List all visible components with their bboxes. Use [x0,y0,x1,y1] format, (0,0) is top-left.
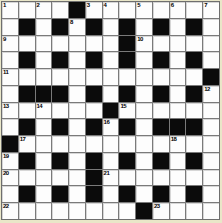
white-cell-r11c2[interactable] [36,186,52,202]
white-cell-r12c6[interactable] [103,203,119,219]
black-cell-r5c3 [52,86,68,102]
white-cell-r6c10[interactable] [170,103,186,119]
white-cell-r5c4[interactable] [69,86,85,102]
white-cell-r4c10[interactable] [170,69,186,85]
white-cell-r0c5[interactable]: 3 [86,2,102,18]
clue-number-9: 9 [3,36,6,43]
white-cell-r3c0[interactable] [2,52,18,68]
white-cell-r6c4[interactable] [69,103,85,119]
black-cell-r9c1 [19,153,35,169]
white-cell-r10c10[interactable] [170,170,186,186]
white-cell-r11c12[interactable] [203,186,219,202]
white-cell-r2c9[interactable] [153,36,169,52]
white-cell-r4c0[interactable]: 11 [2,69,18,85]
white-cell-r5c0[interactable] [2,86,18,102]
white-cell-r10c6[interactable]: 21 [103,170,119,186]
clue-number-21: 21 [104,170,110,177]
white-cell-r6c11[interactable] [186,103,202,119]
white-cell-r6c7[interactable]: 15 [119,103,135,119]
black-cell-r5c1 [19,86,35,102]
black-cell-r1c1 [19,19,35,35]
white-cell-r8c11[interactable] [186,136,202,152]
white-cell-r10c8[interactable] [136,170,152,186]
white-cell-r0c3[interactable] [52,2,68,18]
white-cell-r10c3[interactable] [52,170,68,186]
black-cell-r10c5 [86,170,102,186]
black-cell-r7c5 [86,119,102,135]
white-cell-r4c8[interactable] [136,69,152,85]
white-cell-r8c3[interactable] [52,136,68,152]
white-cell-r0c1[interactable] [19,2,35,18]
white-cell-r7c6[interactable]: 16 [103,119,119,135]
white-cell-r1c6[interactable] [103,19,119,35]
black-cell-r9c3 [52,153,68,169]
black-cell-r9c5 [86,153,102,169]
black-cell-r6c6 [103,103,119,119]
black-cell-r9c11 [186,153,202,169]
clue-number-10: 10 [137,36,143,43]
black-cell-r9c9 [153,153,169,169]
clue-number-2: 2 [37,2,40,9]
white-cell-r7c8[interactable] [136,119,152,135]
white-cell-r9c2[interactable] [36,153,52,169]
white-cell-r1c10[interactable] [170,19,186,35]
white-cell-r8c5[interactable] [86,136,102,152]
white-cell-r6c8[interactable] [136,103,152,119]
black-cell-r3c11 [186,52,202,68]
white-cell-r8c6[interactable] [103,136,119,152]
white-cell-r12c4[interactable] [69,203,85,219]
white-cell-r9c12[interactable] [203,153,219,169]
white-cell-r2c8[interactable]: 10 [136,36,152,52]
black-cell-r5c7 [119,86,135,102]
white-cell-r5c10[interactable] [170,86,186,102]
black-cell-r3c9 [153,52,169,68]
white-cell-r12c1[interactable] [19,203,35,219]
white-cell-r4c6[interactable] [103,69,119,85]
black-cell-r7c3 [52,119,68,135]
white-cell-r3c4[interactable] [69,52,85,68]
white-cell-r1c12[interactable] [203,19,219,35]
black-cell-r1c7 [119,19,135,35]
white-cell-r12c3[interactable] [52,203,68,219]
white-cell-r8c10[interactable]: 18 [170,136,186,152]
white-cell-r8c12[interactable] [203,136,219,152]
white-cell-r0c7[interactable] [119,2,135,18]
black-cell-r3c7 [119,52,135,68]
white-cell-r2c1[interactable] [19,36,35,52]
black-cell-r11c1 [19,186,35,202]
black-cell-r11c11 [186,186,202,202]
white-cell-r1c0[interactable] [2,19,18,35]
white-cell-r8c8[interactable] [136,136,152,152]
white-cell-r1c2[interactable] [36,19,52,35]
black-cell-r7c9 [153,119,169,135]
white-cell-r11c6[interactable] [103,186,119,202]
black-cell-r2c7 [119,36,135,52]
black-cell-r3c3 [52,52,68,68]
white-cell-r2c0[interactable]: 9 [2,36,18,52]
white-cell-r3c12[interactable] [203,52,219,68]
white-cell-r10c1[interactable] [19,170,35,186]
white-cell-r0c10[interactable]: 6 [170,2,186,18]
white-cell-r4c5[interactable] [86,69,102,85]
clue-number-16: 16 [104,119,110,126]
white-cell-r4c11[interactable] [186,69,202,85]
crossword-board: 1234567891011121314151617181920212223 [1,1,220,220]
white-cell-r2c3[interactable] [52,36,68,52]
white-cell-r1c8[interactable] [136,19,152,35]
white-cell-r11c4[interactable] [69,186,85,202]
white-cell-r6c2[interactable]: 14 [36,103,52,119]
white-cell-r9c4[interactable] [69,153,85,169]
white-cell-r6c12[interactable] [203,103,219,119]
black-cell-r8c0 [2,136,18,152]
black-cell-r5c11 [186,86,202,102]
clue-number-7: 7 [204,2,207,9]
white-cell-r12c11[interactable] [186,203,202,219]
crossword-page: 1234567891011121314151617181920212223 [0,0,222,223]
black-cell-r11c3 [52,186,68,202]
white-cell-r7c0[interactable] [2,119,18,135]
black-cell-r1c9 [153,19,169,35]
white-cell-r2c12[interactable] [203,36,219,52]
clue-number-23: 23 [154,203,160,210]
white-cell-r4c1[interactable] [19,69,35,85]
black-cell-r5c5 [86,86,102,102]
white-cell-r8c4[interactable] [69,136,85,152]
black-cell-r12c8 [136,203,152,219]
black-cell-r5c9 [153,86,169,102]
white-cell-r5c8[interactable] [136,86,152,102]
white-cell-r2c6[interactable] [103,36,119,52]
white-cell-r2c2[interactable] [36,36,52,52]
black-cell-r3c5 [86,52,102,68]
white-cell-r0c12[interactable]: 7 [203,2,219,18]
white-cell-r12c7[interactable] [119,203,135,219]
black-cell-r11c5 [86,186,102,202]
white-cell-r9c6[interactable] [103,153,119,169]
clue-number-4: 4 [104,2,107,9]
clue-number-22: 22 [3,203,9,210]
white-cell-r9c10[interactable] [170,153,186,169]
white-cell-r10c4[interactable] [69,170,85,186]
white-cell-r12c2[interactable] [36,203,52,219]
black-cell-r9c7 [119,153,135,169]
white-cell-r7c4[interactable] [69,119,85,135]
white-cell-r11c10[interactable] [170,186,186,202]
white-cell-r10c2[interactable] [36,170,52,186]
white-cell-r12c10[interactable] [170,203,186,219]
white-cell-r8c9[interactable] [153,136,169,152]
white-cell-r4c7[interactable] [119,69,135,85]
clue-number-18: 18 [171,136,177,143]
white-cell-r6c0[interactable]: 13 [2,103,18,119]
black-cell-r4c12 [203,69,219,85]
white-cell-r9c8[interactable] [136,153,152,169]
white-cell-r2c4[interactable] [69,36,85,52]
white-cell-r12c9[interactable]: 23 [153,203,169,219]
white-cell-r4c9[interactable] [153,69,169,85]
black-cell-r1c5 [86,19,102,35]
white-cell-r4c2[interactable] [36,69,52,85]
white-cell-r11c8[interactable] [136,186,152,202]
clue-number-20: 20 [3,170,9,177]
white-cell-r5c6[interactable] [103,86,119,102]
clue-number-8: 8 [70,19,73,26]
white-cell-r6c3[interactable] [52,103,68,119]
clue-number-14: 14 [37,103,43,110]
white-cell-r0c6[interactable]: 4 [103,2,119,18]
white-cell-r0c2[interactable]: 2 [36,2,52,18]
white-cell-r8c7[interactable] [119,136,135,152]
white-cell-r6c5[interactable] [86,103,102,119]
black-cell-r7c1 [19,119,35,135]
white-cell-r12c5[interactable] [86,203,102,219]
white-cell-r2c10[interactable] [170,36,186,52]
white-cell-r4c4[interactable] [69,69,85,85]
black-cell-r1c11 [186,19,202,35]
clue-number-13: 13 [3,103,9,110]
white-cell-r10c7[interactable] [119,170,135,186]
black-cell-r7c7 [119,119,135,135]
clue-number-5: 5 [137,2,140,9]
white-cell-r0c9[interactable] [153,2,169,18]
clue-number-6: 6 [171,2,174,9]
white-cell-r5c12[interactable]: 12 [203,86,219,102]
black-cell-r1c3 [52,19,68,35]
black-cell-r5c2 [36,86,52,102]
white-cell-r11c0[interactable] [2,186,18,202]
white-cell-r2c11[interactable] [186,36,202,52]
white-cell-r2c5[interactable] [86,36,102,52]
white-cell-r4c3[interactable] [52,69,68,85]
white-cell-r10c9[interactable] [153,170,169,186]
black-cell-r11c7 [119,186,135,202]
black-cell-r7c11 [186,119,202,135]
white-cell-r0c0[interactable]: 1 [2,2,18,18]
white-cell-r10c12[interactable] [203,170,219,186]
clue-number-1: 1 [3,2,6,9]
white-cell-r6c9[interactable] [153,103,169,119]
clue-number-17: 17 [20,136,26,143]
white-cell-r12c12[interactable] [203,203,219,219]
white-cell-r1c4[interactable]: 8 [69,19,85,35]
clue-number-19: 19 [3,153,9,160]
white-cell-r7c12[interactable] [203,119,219,135]
white-cell-r6c1[interactable] [19,103,35,119]
white-cell-r10c0[interactable]: 20 [2,170,18,186]
clue-number-3: 3 [87,2,90,9]
white-cell-r3c10[interactable] [170,52,186,68]
white-cell-r3c2[interactable] [36,52,52,68]
white-cell-r3c6[interactable] [103,52,119,68]
white-cell-r0c8[interactable]: 5 [136,2,152,18]
white-cell-r12c0[interactable]: 22 [2,203,18,219]
black-cell-r3c1 [19,52,35,68]
white-cell-r8c2[interactable] [36,136,52,152]
white-cell-r8c1[interactable]: 17 [19,136,35,152]
clue-number-12: 12 [204,86,210,93]
white-cell-r10c11[interactable] [186,170,202,186]
white-cell-r7c2[interactable] [36,119,52,135]
black-cell-r0c4 [69,2,85,18]
clue-number-15: 15 [120,103,126,110]
clue-number-11: 11 [3,69,8,76]
black-cell-r7c10 [170,119,186,135]
white-cell-r3c8[interactable] [136,52,152,68]
black-cell-r11c9 [153,186,169,202]
white-cell-r0c11[interactable] [186,2,202,18]
white-cell-r9c0[interactable]: 19 [2,153,18,169]
